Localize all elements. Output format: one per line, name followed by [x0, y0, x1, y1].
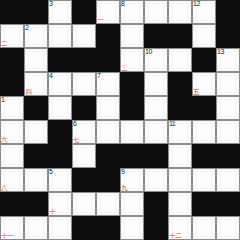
grid-cell-white[interactable]: [96, 192, 120, 216]
grid-cell-white[interactable]: [168, 48, 192, 72]
grid-cell-black: [120, 144, 144, 168]
grid-cell-white[interactable]: 十: [48, 192, 72, 216]
grid-cell-black: [48, 48, 72, 72]
grid-cell-white[interactable]: [168, 144, 192, 168]
across-clue-number: 十: [49, 208, 56, 215]
grid-cell-white[interactable]: [192, 168, 216, 192]
grid-cell-white[interactable]: [120, 192, 144, 216]
grid-cell-white[interactable]: 11: [168, 120, 192, 144]
down-clue-number: 7: [97, 72, 100, 80]
down-clue-number: 3: [49, 0, 52, 8]
grid-cell-black: [168, 72, 192, 96]
grid-cell-white[interactable]: [144, 0, 168, 24]
grid-cell-white[interactable]: [120, 216, 144, 240]
grid-cell-black: [96, 48, 120, 72]
grid-cell-white[interactable]: 13: [216, 48, 240, 72]
grid-cell-black: [72, 168, 96, 192]
grid-cell-white[interactable]: [144, 120, 168, 144]
grid-cell-white[interactable]: [96, 120, 120, 144]
grid-cell-white[interactable]: [72, 144, 96, 168]
grid-cell-white[interactable]: [192, 216, 216, 240]
grid-cell-white[interactable]: 一: [96, 0, 120, 24]
grid-cell-white[interactable]: [48, 96, 72, 120]
grid-cell-white[interactable]: 8: [120, 0, 144, 24]
across-clue-number: 六: [1, 136, 8, 143]
across-clue-number: 十二: [169, 232, 182, 239]
across-clue-number: 一: [97, 16, 104, 23]
grid-cell-white[interactable]: [168, 192, 192, 216]
down-clue-number: 10: [145, 48, 152, 56]
grid-cell-black: [216, 192, 240, 216]
across-clue-number: 十一: [1, 232, 14, 239]
grid-cell-black: [168, 24, 192, 48]
grid-cell-black: [192, 96, 216, 120]
grid-cell-white[interactable]: [192, 24, 216, 48]
grid-cell-white[interactable]: 3: [48, 0, 72, 24]
down-clue-number: 9: [121, 168, 124, 176]
grid-cell-white[interactable]: [48, 24, 72, 48]
grid-cell-black: [24, 192, 48, 216]
grid-cell-white[interactable]: 1: [0, 96, 24, 120]
grid-cell-white[interactable]: [216, 216, 240, 240]
across-clue-number: 二: [1, 40, 8, 47]
grid-cell-white[interactable]: 十一: [0, 216, 24, 240]
grid-cell-white[interactable]: [192, 120, 216, 144]
grid-cell-white[interactable]: [72, 192, 96, 216]
grid-cell-white[interactable]: [168, 168, 192, 192]
grid-cell-white[interactable]: 12: [192, 0, 216, 24]
across-clue-number: 七: [73, 136, 80, 143]
grid-cell-white[interactable]: 六: [0, 120, 24, 144]
grid-cell-white[interactable]: 5: [48, 168, 72, 192]
grid-cell-white[interactable]: [144, 72, 168, 96]
grid-cell-white[interactable]: 2: [24, 24, 48, 48]
down-clue-number: 8: [121, 0, 124, 8]
grid-cell-black: [144, 24, 168, 48]
grid-cell-white[interactable]: 二: [0, 24, 24, 48]
grid-cell-black: [192, 192, 216, 216]
across-clue-number: 八: [1, 184, 8, 191]
grid-cell-white[interactable]: [216, 96, 240, 120]
grid-cell-white[interactable]: [216, 168, 240, 192]
grid-cell-white[interactable]: 10: [144, 48, 168, 72]
grid-cell-black: [168, 96, 192, 120]
grid-cell-black: [96, 216, 120, 240]
grid-cell-black: [216, 0, 240, 24]
down-clue-number: 13: [217, 48, 224, 56]
grid-cell-white[interactable]: [120, 120, 144, 144]
grid-cell-black: [48, 120, 72, 144]
grid-cell-white[interactable]: [24, 216, 48, 240]
grid-cell-white[interactable]: 四: [24, 72, 48, 96]
grid-cell-white[interactable]: [24, 48, 48, 72]
grid-cell-black: [96, 24, 120, 48]
grid-cell-white[interactable]: [216, 72, 240, 96]
grid-cell-white[interactable]: [216, 120, 240, 144]
grid-cell-white[interactable]: 7: [96, 72, 120, 96]
grid-cell-black: [0, 72, 24, 96]
down-clue-number: 5: [49, 168, 52, 176]
grid-cell-white[interactable]: 八: [0, 168, 24, 192]
grid-cell-white[interactable]: [24, 168, 48, 192]
down-clue-number: 1: [1, 96, 4, 104]
grid-cell-white[interactable]: [120, 24, 144, 48]
grid-cell-black: [192, 144, 216, 168]
grid-cell-white[interactable]: 五: [192, 72, 216, 96]
down-clue-number: 6: [73, 120, 76, 128]
grid-cell-black: [72, 96, 96, 120]
grid-cell-black: [144, 144, 168, 168]
grid-cell-white[interactable]: [72, 72, 96, 96]
grid-cell-white[interactable]: [24, 120, 48, 144]
grid-cell-white[interactable]: [0, 144, 24, 168]
grid-cell-white[interactable]: [72, 24, 96, 48]
across-clue-number: 三: [121, 64, 128, 71]
grid-cell-black: [24, 144, 48, 168]
grid-cell-black: [96, 168, 120, 192]
down-clue-number: 12: [193, 0, 200, 8]
grid-cell-black: [24, 96, 48, 120]
grid-cell-white[interactable]: [144, 168, 168, 192]
down-clue-number: 2: [25, 24, 28, 32]
down-clue-number: 4: [49, 72, 52, 80]
grid-cell-white[interactable]: [144, 96, 168, 120]
grid-cell-black: [24, 0, 48, 24]
grid-cell-white[interactable]: [168, 0, 192, 24]
grid-cell-black: [120, 72, 144, 96]
down-clue-number: 11: [169, 120, 175, 128]
grid-cell-black: [192, 48, 216, 72]
grid-cell-black: [72, 216, 96, 240]
grid-cell-white[interactable]: 三: [120, 48, 144, 72]
across-clue-number: 九: [121, 184, 128, 191]
crossword-board: 3一812二2三1013四47五1六6七11八59九十十一十二: [0, 0, 240, 240]
across-clue-number: 五: [193, 88, 200, 95]
grid-cell-white[interactable]: 9九: [120, 168, 144, 192]
grid-cell-black: [144, 216, 168, 240]
grid-cell-black: [0, 192, 24, 216]
grid-cell-black: [120, 96, 144, 120]
grid-cell-black: [96, 144, 120, 168]
grid-cell-white[interactable]: 4: [48, 72, 72, 96]
grid-cell-black: [0, 48, 24, 72]
grid-cell-white[interactable]: 十二: [168, 216, 192, 240]
grid-cell-white[interactable]: [96, 96, 120, 120]
grid-cell-black: [72, 0, 96, 24]
grid-cell-black: [216, 144, 240, 168]
grid-cell-black: [48, 144, 72, 168]
grid-cell-black: [144, 192, 168, 216]
across-clue-number: 四: [25, 88, 32, 95]
grid-cell-white[interactable]: 6七: [72, 120, 96, 144]
grid-cell-black: [72, 48, 96, 72]
grid-cell-white[interactable]: [48, 216, 72, 240]
grid-cell-black: [216, 24, 240, 48]
grid-cell-black: [0, 0, 24, 24]
